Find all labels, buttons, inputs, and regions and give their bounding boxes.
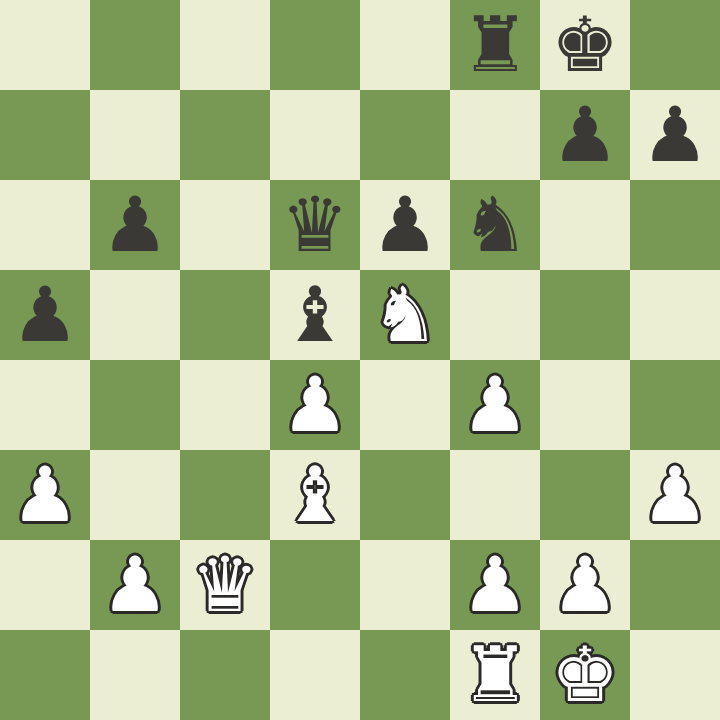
- square-a3[interactable]: ♟: [0, 450, 90, 540]
- piece-white-bishop-d3[interactable]: ♝: [270, 450, 360, 540]
- square-f4[interactable]: ♟: [450, 360, 540, 450]
- square-c1[interactable]: [180, 630, 270, 720]
- piece-black-pawn-g7[interactable]: ♟: [540, 90, 630, 180]
- square-d8[interactable]: [270, 0, 360, 90]
- square-h5[interactable]: [630, 270, 720, 360]
- piece-white-pawn-h3[interactable]: ♟: [630, 450, 720, 540]
- piece-white-pawn-d4[interactable]: ♟: [270, 360, 360, 450]
- square-f7[interactable]: [450, 90, 540, 180]
- square-e3[interactable]: [360, 450, 450, 540]
- square-a2[interactable]: [0, 540, 90, 630]
- square-c4[interactable]: [180, 360, 270, 450]
- square-h4[interactable]: [630, 360, 720, 450]
- piece-black-pawn-a5[interactable]: ♟: [0, 270, 90, 360]
- square-h2[interactable]: [630, 540, 720, 630]
- square-c8[interactable]: [180, 0, 270, 90]
- square-f8[interactable]: ♜: [450, 0, 540, 90]
- piece-black-pawn-b6[interactable]: ♟: [90, 180, 180, 270]
- piece-black-king-g8[interactable]: ♚: [540, 0, 630, 90]
- square-c3[interactable]: [180, 450, 270, 540]
- square-a1[interactable]: [0, 630, 90, 720]
- square-g8[interactable]: ♚: [540, 0, 630, 90]
- piece-black-knight-f6[interactable]: ♞: [450, 180, 540, 270]
- square-d4[interactable]: ♟: [270, 360, 360, 450]
- square-d6[interactable]: ♛: [270, 180, 360, 270]
- piece-black-pawn-h7[interactable]: ♟: [630, 90, 720, 180]
- square-d2[interactable]: [270, 540, 360, 630]
- piece-white-knight-e5[interactable]: ♞: [360, 270, 450, 360]
- square-h6[interactable]: [630, 180, 720, 270]
- square-g3[interactable]: [540, 450, 630, 540]
- square-a5[interactable]: ♟: [0, 270, 90, 360]
- square-c2[interactable]: ♛: [180, 540, 270, 630]
- piece-black-pawn-e6[interactable]: ♟: [360, 180, 450, 270]
- square-c6[interactable]: [180, 180, 270, 270]
- square-f1[interactable]: ♜: [450, 630, 540, 720]
- square-a8[interactable]: [0, 0, 90, 90]
- square-e2[interactable]: [360, 540, 450, 630]
- square-e4[interactable]: [360, 360, 450, 450]
- square-h1[interactable]: [630, 630, 720, 720]
- square-g1[interactable]: ♚: [540, 630, 630, 720]
- piece-black-bishop-d5[interactable]: ♝: [270, 270, 360, 360]
- square-d7[interactable]: [270, 90, 360, 180]
- square-f2[interactable]: ♟: [450, 540, 540, 630]
- square-g5[interactable]: [540, 270, 630, 360]
- square-b5[interactable]: [90, 270, 180, 360]
- square-e5[interactable]: ♞: [360, 270, 450, 360]
- square-h7[interactable]: ♟: [630, 90, 720, 180]
- square-e7[interactable]: [360, 90, 450, 180]
- chess-board: ♜♚♟♟♟♛♟♞♟♝♞♟♟♟♝♟♟♛♟♟♜♚: [0, 0, 720, 720]
- square-b4[interactable]: [90, 360, 180, 450]
- square-c5[interactable]: [180, 270, 270, 360]
- square-g2[interactable]: ♟: [540, 540, 630, 630]
- square-a7[interactable]: [0, 90, 90, 180]
- square-b2[interactable]: ♟: [90, 540, 180, 630]
- piece-white-queen-c2[interactable]: ♛: [180, 540, 270, 630]
- piece-white-pawn-f4[interactable]: ♟: [450, 360, 540, 450]
- square-g4[interactable]: [540, 360, 630, 450]
- piece-white-pawn-f2[interactable]: ♟: [450, 540, 540, 630]
- square-e8[interactable]: [360, 0, 450, 90]
- square-f6[interactable]: ♞: [450, 180, 540, 270]
- piece-white-pawn-g2[interactable]: ♟: [540, 540, 630, 630]
- square-d3[interactable]: ♝: [270, 450, 360, 540]
- piece-white-pawn-a3[interactable]: ♟: [0, 450, 90, 540]
- square-f3[interactable]: [450, 450, 540, 540]
- square-b3[interactable]: [90, 450, 180, 540]
- square-c7[interactable]: [180, 90, 270, 180]
- square-g7[interactable]: ♟: [540, 90, 630, 180]
- piece-white-rook-f1[interactable]: ♜: [450, 630, 540, 720]
- piece-black-rook-f8[interactable]: ♜: [450, 0, 540, 90]
- square-e6[interactable]: ♟: [360, 180, 450, 270]
- square-a6[interactable]: [0, 180, 90, 270]
- square-b6[interactable]: ♟: [90, 180, 180, 270]
- piece-black-queen-d6[interactable]: ♛: [270, 180, 360, 270]
- square-h8[interactable]: [630, 0, 720, 90]
- square-a4[interactable]: [0, 360, 90, 450]
- square-d5[interactable]: ♝: [270, 270, 360, 360]
- square-f5[interactable]: [450, 270, 540, 360]
- square-h3[interactable]: ♟: [630, 450, 720, 540]
- square-g6[interactable]: [540, 180, 630, 270]
- piece-white-pawn-b2[interactable]: ♟: [90, 540, 180, 630]
- square-b7[interactable]: [90, 90, 180, 180]
- square-b1[interactable]: [90, 630, 180, 720]
- square-e1[interactable]: [360, 630, 450, 720]
- piece-white-king-g1[interactable]: ♚: [540, 630, 630, 720]
- square-b8[interactable]: [90, 0, 180, 90]
- square-d1[interactable]: [270, 630, 360, 720]
